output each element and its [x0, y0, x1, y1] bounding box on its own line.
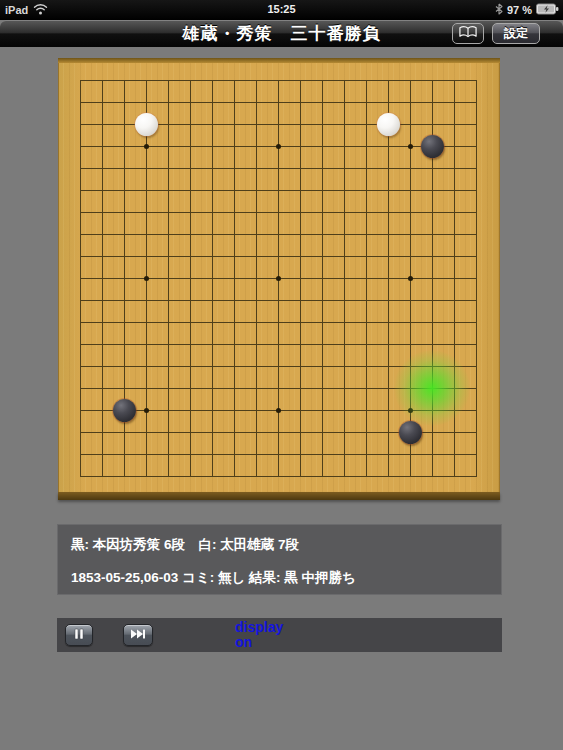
board-cell [179, 333, 201, 355]
board-cell [201, 179, 223, 201]
board-cell [311, 69, 333, 91]
board-cell [421, 421, 443, 443]
board-cell [179, 377, 201, 399]
board-cell [443, 201, 465, 223]
board-cell [421, 157, 443, 179]
board-cell [267, 179, 289, 201]
board-cell [157, 223, 179, 245]
settings-button-label: 設定 [504, 25, 528, 42]
board-cell [311, 289, 333, 311]
board-cell [245, 69, 267, 91]
board-cell [421, 311, 443, 333]
board-cell [267, 245, 289, 267]
board-cell [289, 289, 311, 311]
board-cell [311, 267, 333, 289]
board-cell [421, 223, 443, 245]
board-cell [245, 223, 267, 245]
board-cell [69, 201, 91, 223]
board-cell [223, 157, 245, 179]
board-cell [91, 157, 113, 179]
hoshi-point [408, 408, 413, 413]
board-cell [223, 355, 245, 377]
board-cell [377, 179, 399, 201]
board-cell [179, 135, 201, 157]
board-cell [245, 157, 267, 179]
board-cell [267, 421, 289, 443]
board-cell [223, 421, 245, 443]
board-cell [443, 333, 465, 355]
board-cell [179, 179, 201, 201]
board-cell [113, 355, 135, 377]
fast-forward-button[interactable] [123, 624, 153, 646]
board-cell [157, 355, 179, 377]
board-cell [355, 465, 377, 487]
board-cell [267, 465, 289, 487]
board-cell [223, 311, 245, 333]
board-cell [69, 465, 91, 487]
battery-icon [536, 3, 559, 17]
board-cell [69, 113, 91, 135]
board-cell [443, 179, 465, 201]
board-cell [421, 377, 443, 399]
board-cell [135, 399, 157, 421]
white-stone [377, 113, 400, 136]
board-cell [157, 311, 179, 333]
board-cell [421, 69, 443, 91]
board-cell [91, 135, 113, 157]
board-cell [465, 245, 487, 267]
board-cell [355, 289, 377, 311]
board-cell [443, 355, 465, 377]
board-cell [157, 113, 179, 135]
board-cell [355, 179, 377, 201]
board-cell [267, 135, 289, 157]
board-cell [465, 443, 487, 465]
board-cell [399, 465, 421, 487]
board-cell [377, 377, 399, 399]
board-cell [465, 289, 487, 311]
board-cell [311, 157, 333, 179]
board-cell [179, 91, 201, 113]
board-cell [377, 311, 399, 333]
board-cell [223, 69, 245, 91]
board-cell [91, 465, 113, 487]
game-records-button[interactable] [452, 23, 484, 44]
board-cell [399, 443, 421, 465]
board-cell [69, 157, 91, 179]
board-cell [377, 465, 399, 487]
fast-forward-icon [130, 626, 146, 644]
board-cell [333, 311, 355, 333]
board-cell [289, 157, 311, 179]
board-cell [399, 333, 421, 355]
board-cell [355, 245, 377, 267]
board-cell [201, 443, 223, 465]
board-cell [157, 421, 179, 443]
app-screen: iPad 15:25 97 % [0, 0, 563, 750]
goban[interactable] [69, 69, 487, 487]
board-cell [223, 91, 245, 113]
board-cell [421, 267, 443, 289]
board-cell [113, 113, 135, 135]
board-cell [223, 135, 245, 157]
board-cell [311, 311, 333, 333]
board-cell [135, 355, 157, 377]
board-cell [179, 113, 201, 135]
board-cell [355, 135, 377, 157]
board-cell [179, 421, 201, 443]
board-cell [157, 443, 179, 465]
board-cell [355, 113, 377, 135]
board-cell [377, 245, 399, 267]
board-cell [135, 179, 157, 201]
board-cell [69, 267, 91, 289]
board-cell [267, 289, 289, 311]
board-cell [157, 135, 179, 157]
board-cell [201, 333, 223, 355]
board-cell [267, 91, 289, 113]
board-cell [399, 91, 421, 113]
board-cell [355, 399, 377, 421]
board-cell [289, 355, 311, 377]
board-cell [311, 333, 333, 355]
board-cell [223, 289, 245, 311]
board-cell [245, 333, 267, 355]
board-cell [69, 377, 91, 399]
board-cell [91, 201, 113, 223]
board-cell [91, 91, 113, 113]
board-cell [421, 201, 443, 223]
board-cell [179, 245, 201, 267]
board-cell [443, 311, 465, 333]
board-cell [289, 113, 311, 135]
board-cell [91, 333, 113, 355]
board-cell [333, 201, 355, 223]
board-cell [465, 355, 487, 377]
board-cell [443, 443, 465, 465]
board-cell [399, 399, 421, 421]
board-cell [135, 267, 157, 289]
bluetooth-icon [495, 3, 503, 17]
board-cell [69, 333, 91, 355]
board-cell [465, 69, 487, 91]
board-cell [267, 69, 289, 91]
board-cell [113, 399, 135, 421]
board-cell [157, 91, 179, 113]
open-book-icon [458, 25, 478, 43]
board-cell [135, 377, 157, 399]
board-cell [355, 443, 377, 465]
board-cell [377, 267, 399, 289]
board-cell [289, 223, 311, 245]
board-cell [201, 465, 223, 487]
board-cell [311, 135, 333, 157]
hoshi-point [144, 144, 149, 149]
board-cell [311, 443, 333, 465]
black-stone [113, 399, 136, 422]
board-cell [289, 245, 311, 267]
board-cell [399, 157, 421, 179]
board-cell [399, 113, 421, 135]
board-cell [135, 69, 157, 91]
board-cell [201, 267, 223, 289]
board-cell [135, 333, 157, 355]
board-cell [245, 289, 267, 311]
board-cell [245, 245, 267, 267]
board-cell [245, 91, 267, 113]
hoshi-point [276, 408, 281, 413]
board-cell [223, 267, 245, 289]
board-cell [223, 377, 245, 399]
board-cell [377, 333, 399, 355]
board-cell [443, 465, 465, 487]
board-cell [333, 267, 355, 289]
board-cell [289, 69, 311, 91]
board-cell [465, 465, 487, 487]
board-cell [135, 465, 157, 487]
board-cell [465, 201, 487, 223]
board-cell [69, 399, 91, 421]
board-cell [465, 135, 487, 157]
board-cell [421, 355, 443, 377]
board-cell [157, 267, 179, 289]
board-cell [465, 179, 487, 201]
board-cell [267, 113, 289, 135]
board-cell [399, 179, 421, 201]
board-cell [289, 179, 311, 201]
board-cell [267, 267, 289, 289]
board-cell [201, 399, 223, 421]
board-cell [157, 289, 179, 311]
board-cell [355, 223, 377, 245]
board-cell [113, 245, 135, 267]
board-cell [91, 223, 113, 245]
board-cell [377, 355, 399, 377]
board-cell [201, 201, 223, 223]
board-cell [245, 113, 267, 135]
board-cell [113, 311, 135, 333]
board-cell [399, 223, 421, 245]
board-cell [355, 333, 377, 355]
board-cell [91, 377, 113, 399]
board-cell [69, 69, 91, 91]
board-surface [58, 63, 500, 492]
hoshi-point [276, 276, 281, 281]
board-cell [443, 135, 465, 157]
board-cell [201, 355, 223, 377]
board-cell [179, 201, 201, 223]
board-cell [377, 443, 399, 465]
board-cell [69, 355, 91, 377]
board-cell [201, 289, 223, 311]
board-cell [399, 311, 421, 333]
board-cell [201, 135, 223, 157]
settings-button[interactable]: 設定 [492, 23, 540, 44]
board-cell [421, 399, 443, 421]
board-cell [113, 179, 135, 201]
board-cell [333, 91, 355, 113]
board-cell [179, 223, 201, 245]
board-cell [355, 201, 377, 223]
board-cell [267, 201, 289, 223]
board-cell [377, 399, 399, 421]
board-cell [135, 135, 157, 157]
hoshi-point [276, 144, 281, 149]
board-cell [421, 333, 443, 355]
board-cell [135, 421, 157, 443]
board-cell [443, 267, 465, 289]
board-cell [421, 91, 443, 113]
board-cell [69, 223, 91, 245]
board-cell [223, 465, 245, 487]
board-cell [157, 201, 179, 223]
board-cell [465, 333, 487, 355]
board-cell [333, 421, 355, 443]
board-cell [267, 377, 289, 399]
board-cell [113, 91, 135, 113]
board-cell [201, 157, 223, 179]
board-cell [223, 245, 245, 267]
board-cell [245, 201, 267, 223]
board-cell [69, 443, 91, 465]
board-cell [179, 157, 201, 179]
board-cell [91, 69, 113, 91]
board-cell [443, 421, 465, 443]
board-cell [399, 377, 421, 399]
board-cell [267, 223, 289, 245]
board-cell [245, 267, 267, 289]
board-cell [289, 135, 311, 157]
board-cell [245, 377, 267, 399]
board-cell [421, 443, 443, 465]
board-cell [201, 311, 223, 333]
board-cell [69, 245, 91, 267]
board-cell [135, 311, 157, 333]
board-cell [311, 201, 333, 223]
board-cell [91, 289, 113, 311]
board-cell [91, 245, 113, 267]
board-cell [91, 443, 113, 465]
board-cell [399, 201, 421, 223]
board-cell [179, 399, 201, 421]
board-cell [421, 113, 443, 135]
board-cell [377, 113, 399, 135]
board-cell [289, 267, 311, 289]
board-cell [245, 421, 267, 443]
board-cell [289, 333, 311, 355]
board-cell [135, 113, 157, 135]
pause-button[interactable] [65, 624, 93, 646]
game-details-line: 1853-05-25,06-03 コミ: 無し 結果: 黒 中押勝ち [71, 569, 488, 587]
board-cell [333, 355, 355, 377]
board-cell [245, 135, 267, 157]
board-cell [267, 333, 289, 355]
board-cell [91, 267, 113, 289]
board-cell [311, 399, 333, 421]
board-cell [113, 223, 135, 245]
board-cell [377, 91, 399, 113]
board-cell [465, 91, 487, 113]
board-cell [267, 399, 289, 421]
board-cell [465, 311, 487, 333]
playback-control-bar: display on [57, 618, 502, 652]
board-cell [91, 113, 113, 135]
hoshi-point [408, 276, 413, 281]
board-cell [355, 311, 377, 333]
board-cell [245, 355, 267, 377]
board-cell [355, 91, 377, 113]
board-cell [157, 179, 179, 201]
board-cell [399, 135, 421, 157]
board-cell [245, 465, 267, 487]
board-cell [69, 289, 91, 311]
board-cell [157, 399, 179, 421]
board-cell [135, 245, 157, 267]
board-cell [113, 377, 135, 399]
board-cell [355, 355, 377, 377]
board-cell [311, 421, 333, 443]
board-cell [443, 223, 465, 245]
board-cell [223, 443, 245, 465]
board-cell [333, 399, 355, 421]
board-cell [443, 399, 465, 421]
board-cell [443, 113, 465, 135]
board-cell [245, 399, 267, 421]
board-cell [91, 311, 113, 333]
display-toggle[interactable]: display on [235, 620, 299, 650]
board-cell [245, 311, 267, 333]
board-cell [91, 421, 113, 443]
board-cell [69, 421, 91, 443]
board-cell [179, 311, 201, 333]
board-cell [399, 421, 421, 443]
board-cell [377, 223, 399, 245]
board-cell [69, 179, 91, 201]
board-cell [179, 267, 201, 289]
board-cell [377, 289, 399, 311]
board-cell [311, 245, 333, 267]
board-cell [223, 223, 245, 245]
board-cell [289, 399, 311, 421]
board-cell [179, 465, 201, 487]
board-cell [333, 179, 355, 201]
board-cell [289, 421, 311, 443]
board-cell [399, 267, 421, 289]
nav-bar: 雄蔵・秀策 三十番勝負 設定 [0, 20, 563, 47]
board-cell [289, 465, 311, 487]
board-cell [113, 201, 135, 223]
board-cell [157, 333, 179, 355]
board-cell [333, 377, 355, 399]
board-cell [157, 377, 179, 399]
board-cell [333, 245, 355, 267]
black-stone [421, 135, 444, 158]
board-cell [69, 135, 91, 157]
board-cell [289, 311, 311, 333]
board-cell [333, 465, 355, 487]
board-cell [289, 377, 311, 399]
board-cell [333, 443, 355, 465]
board-cell [443, 157, 465, 179]
board-cell [443, 289, 465, 311]
board-cell [377, 201, 399, 223]
board-cell [223, 201, 245, 223]
board-cell [201, 223, 223, 245]
board-cell [179, 69, 201, 91]
board-cell [311, 377, 333, 399]
board-cell [443, 91, 465, 113]
board-cell [91, 179, 113, 201]
